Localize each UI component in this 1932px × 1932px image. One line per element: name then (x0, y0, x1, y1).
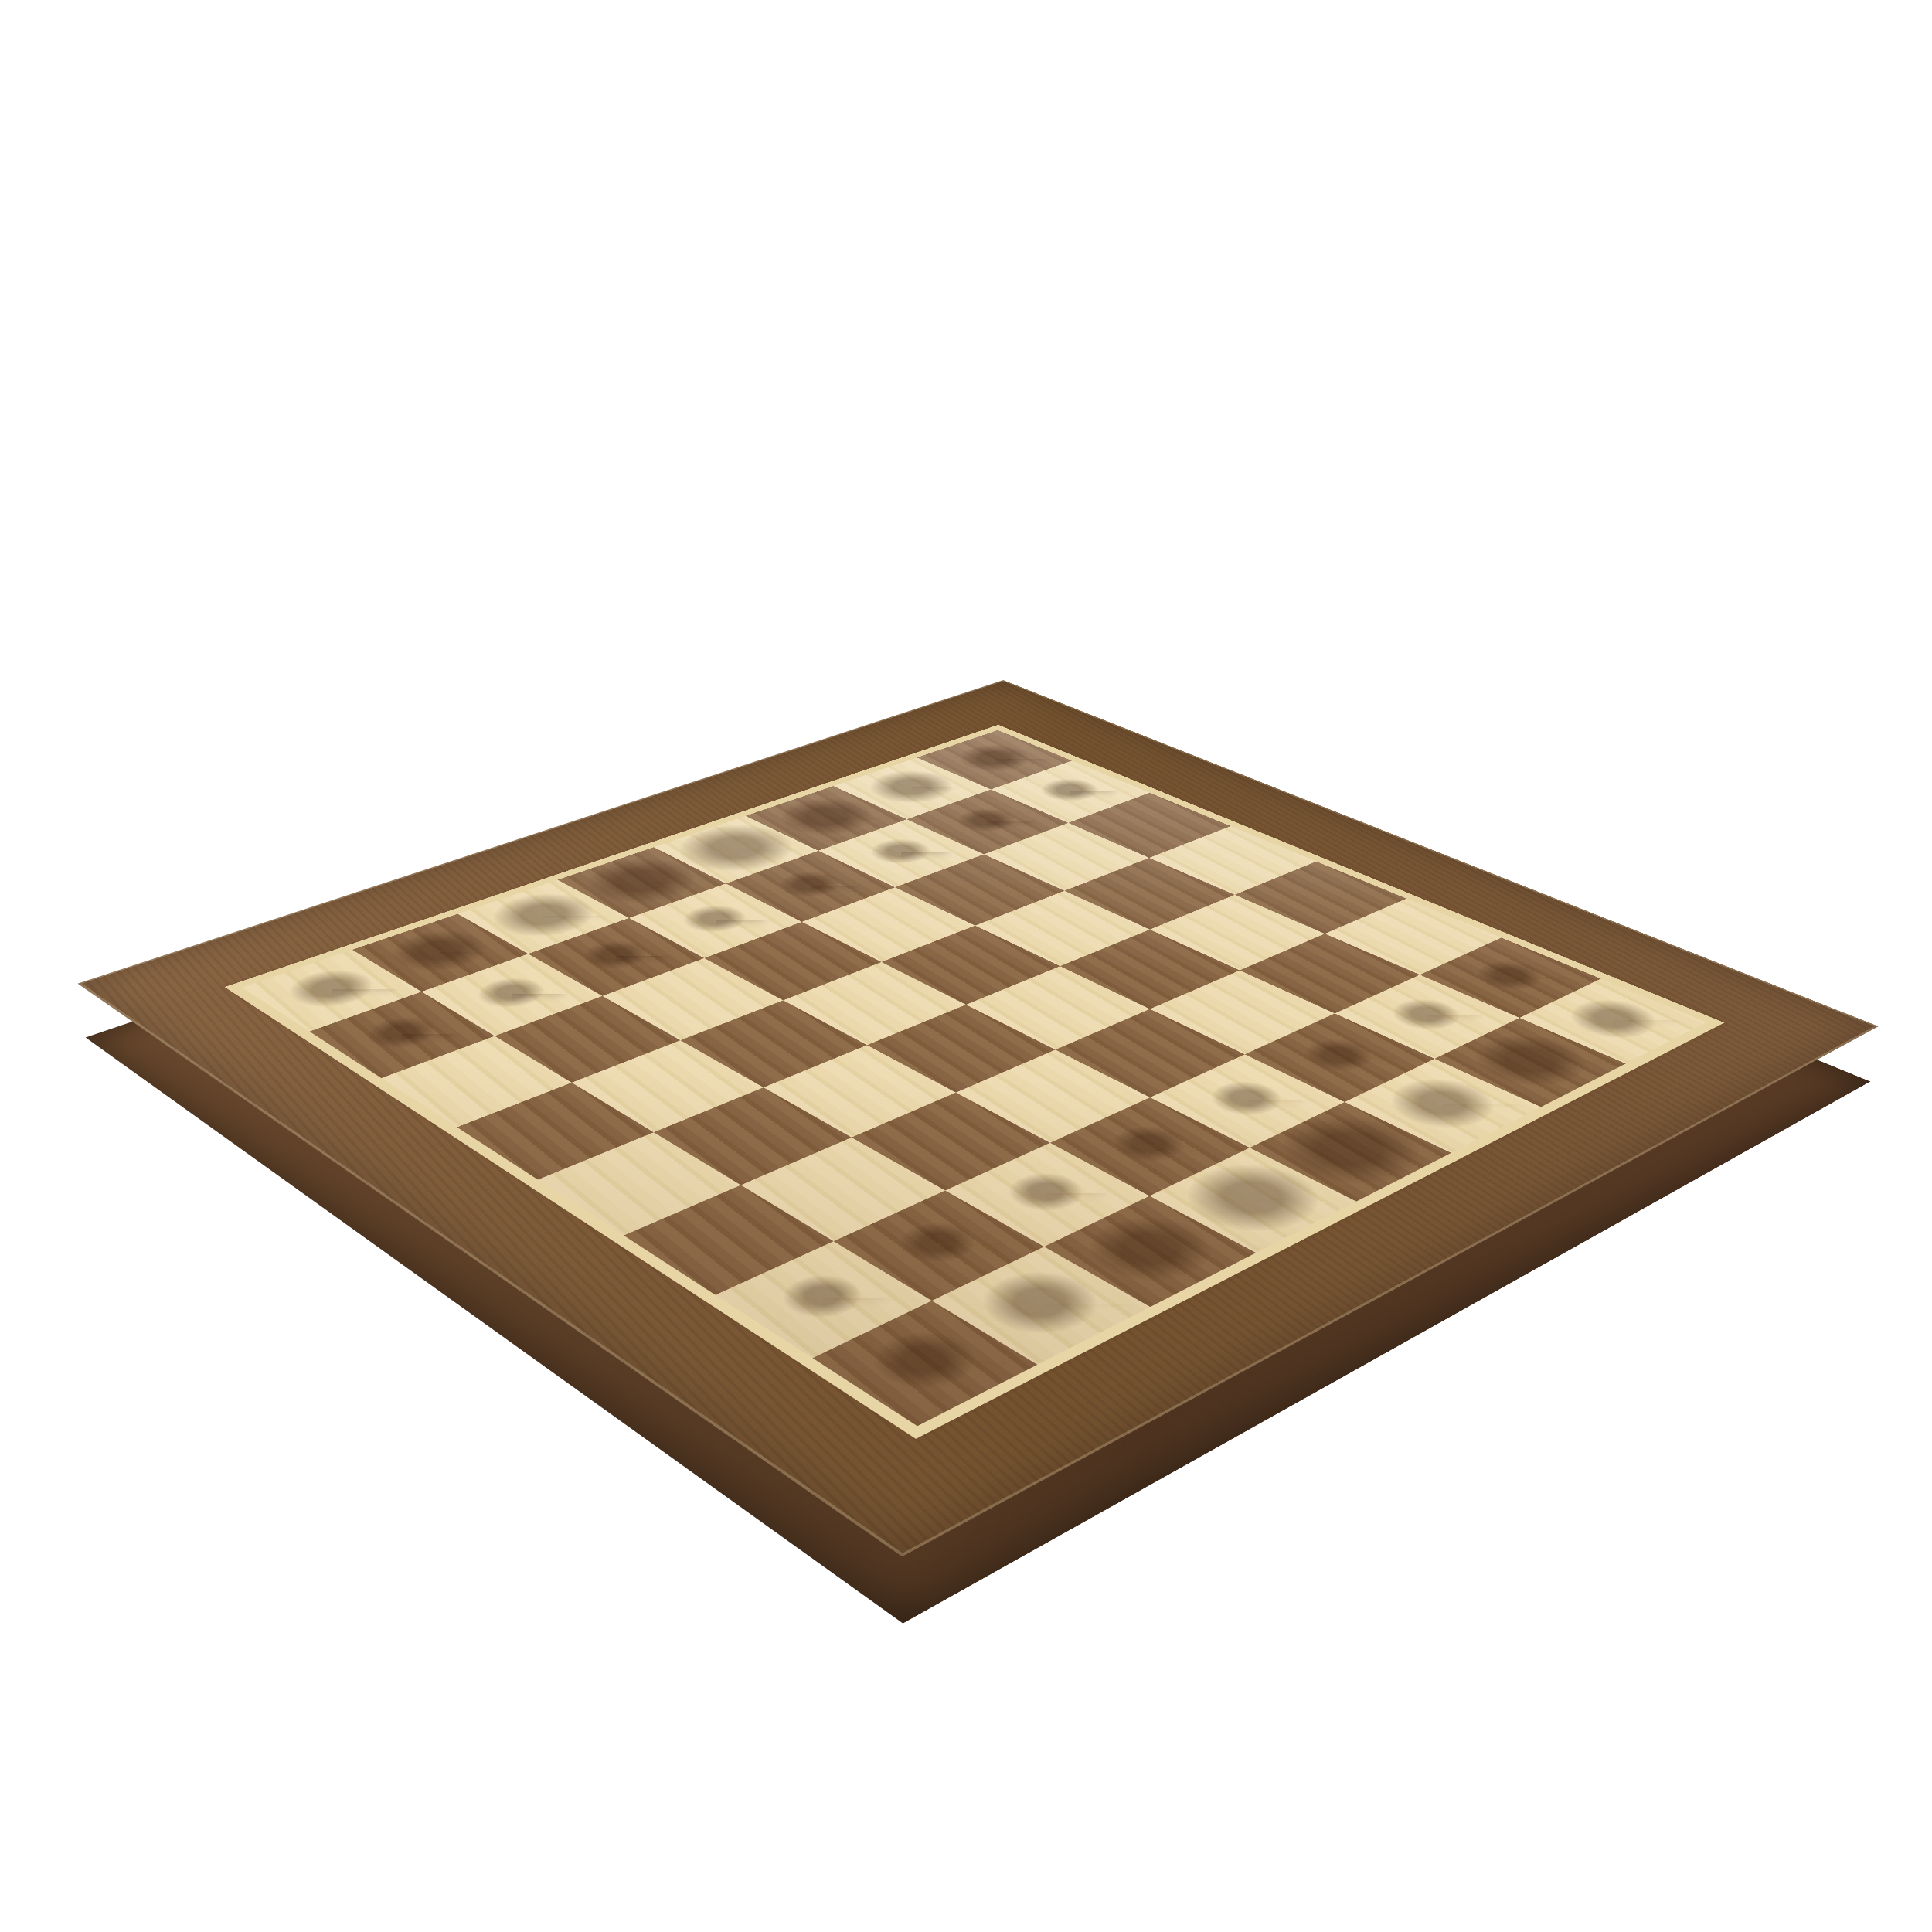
square-b6 (495, 996, 681, 1083)
square-a5 (457, 1083, 654, 1179)
square-a6 (381, 1036, 571, 1127)
photo-background: ♜♞♟♝♟♚♟♛♟♝♟♞♟♟♜♟♟♜♟♟♝♟♞♟♚♟♛♟♝♟♞♜ (0, 0, 1932, 1932)
square-a4 (538, 1132, 740, 1235)
scene: ♜♞♟♝♟♚♟♛♟♝♟♞♟♟♜♟♟♜♟♟♝♟♞♟♚♟♛♟♝♟♞♜ (0, 0, 1932, 1932)
